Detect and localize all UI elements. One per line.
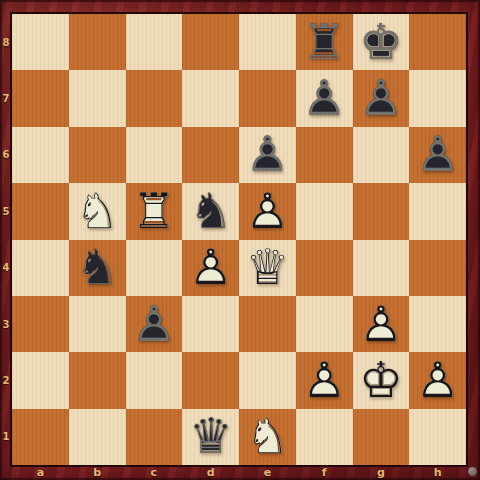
square-g3[interactable]: [353, 296, 410, 352]
corner-dot: [468, 467, 477, 476]
rank-label-1: 1: [0, 409, 12, 465]
square-f4[interactable]: [296, 240, 353, 296]
square-d3[interactable]: [182, 296, 239, 352]
square-b7[interactable]: [69, 70, 126, 126]
square-a5[interactable]: [12, 183, 69, 239]
file-label-c: c: [126, 465, 183, 479]
file-label-d: d: [182, 465, 239, 479]
square-h2[interactable]: [409, 352, 466, 408]
square-g2[interactable]: [353, 352, 410, 408]
black-pawn-g7[interactable]: [353, 70, 410, 126]
white-pawn-e5[interactable]: [239, 183, 296, 239]
square-a7[interactable]: [12, 70, 69, 126]
square-a1[interactable]: [12, 409, 69, 465]
square-b2[interactable]: [69, 352, 126, 408]
square-d7[interactable]: [182, 70, 239, 126]
black-pawn-c3[interactable]: [126, 296, 183, 352]
square-a2[interactable]: [12, 352, 69, 408]
white-pawn-h2[interactable]: [409, 352, 466, 408]
square-b1[interactable]: [69, 409, 126, 465]
square-f2[interactable]: [296, 352, 353, 408]
rank-label-8: 8: [0, 14, 12, 70]
rank-label-5: 5: [0, 183, 12, 239]
square-a8[interactable]: [12, 14, 69, 70]
square-a3[interactable]: [12, 296, 69, 352]
square-c1[interactable]: [126, 409, 183, 465]
square-b5[interactable]: [69, 183, 126, 239]
square-d4[interactable]: [182, 240, 239, 296]
white-pawn-g3[interactable]: [353, 296, 410, 352]
square-c8[interactable]: [126, 14, 183, 70]
square-c2[interactable]: [126, 352, 183, 408]
square-e5[interactable]: [239, 183, 296, 239]
square-g8[interactable]: [353, 14, 410, 70]
square-h7[interactable]: [409, 70, 466, 126]
black-pawn-h6[interactable]: [409, 127, 466, 183]
square-c6[interactable]: [126, 127, 183, 183]
white-queen-e4[interactable]: [239, 240, 296, 296]
square-d8[interactable]: [182, 14, 239, 70]
square-g6[interactable]: [353, 127, 410, 183]
square-e2[interactable]: [239, 352, 296, 408]
file-label-b: b: [69, 465, 126, 479]
file-label-h: h: [409, 465, 466, 479]
square-h3[interactable]: [409, 296, 466, 352]
square-g1[interactable]: [353, 409, 410, 465]
square-h4[interactable]: [409, 240, 466, 296]
chess-board: [12, 14, 466, 465]
file-label-g: g: [353, 465, 410, 479]
square-a6[interactable]: [12, 127, 69, 183]
file-labels: abcdefgh: [12, 465, 466, 479]
square-g4[interactable]: [353, 240, 410, 296]
white-king-g2[interactable]: [353, 352, 410, 408]
white-pawn-f2[interactable]: [296, 352, 353, 408]
square-c5[interactable]: [126, 183, 183, 239]
square-a4[interactable]: [12, 240, 69, 296]
white-knight-b5[interactable]: [69, 183, 126, 239]
file-label-f: f: [296, 465, 353, 479]
black-queen-d1[interactable]: [182, 409, 239, 465]
square-b4[interactable]: [69, 240, 126, 296]
square-d2[interactable]: [182, 352, 239, 408]
white-knight-e1[interactable]: [239, 409, 296, 465]
square-e6[interactable]: [239, 127, 296, 183]
white-rook-c5[interactable]: [126, 183, 183, 239]
rank-label-7: 7: [0, 70, 12, 126]
black-knight-d5[interactable]: [182, 183, 239, 239]
square-h6[interactable]: [409, 127, 466, 183]
rank-label-3: 3: [0, 296, 12, 352]
square-e3[interactable]: [239, 296, 296, 352]
board-frame: 87654321 abcdefgh: [0, 0, 480, 480]
square-e8[interactable]: [239, 14, 296, 70]
file-label-e: e: [239, 465, 296, 479]
square-e7[interactable]: [239, 70, 296, 126]
black-pawn-e6[interactable]: [239, 127, 296, 183]
square-b8[interactable]: [69, 14, 126, 70]
square-h1[interactable]: [409, 409, 466, 465]
square-f7[interactable]: [296, 70, 353, 126]
square-d5[interactable]: [182, 183, 239, 239]
square-b6[interactable]: [69, 127, 126, 183]
square-h5[interactable]: [409, 183, 466, 239]
rank-label-6: 6: [0, 127, 12, 183]
square-g5[interactable]: [353, 183, 410, 239]
square-f5[interactable]: [296, 183, 353, 239]
square-b3[interactable]: [69, 296, 126, 352]
black-pawn-f7[interactable]: [296, 70, 353, 126]
square-c3[interactable]: [126, 296, 183, 352]
square-h8[interactable]: [409, 14, 466, 70]
square-d6[interactable]: [182, 127, 239, 183]
square-f1[interactable]: [296, 409, 353, 465]
square-f3[interactable]: [296, 296, 353, 352]
rank-label-2: 2: [0, 352, 12, 408]
file-label-a: a: [12, 465, 69, 479]
black-king-g8[interactable]: [353, 14, 410, 70]
square-e4[interactable]: [239, 240, 296, 296]
square-e1[interactable]: [239, 409, 296, 465]
rank-labels: 87654321: [0, 14, 12, 465]
square-d1[interactable]: [182, 409, 239, 465]
square-f8[interactable]: [296, 14, 353, 70]
black-rook-f8[interactable]: [296, 14, 353, 70]
rank-label-4: 4: [0, 240, 12, 296]
square-c4[interactable]: [126, 240, 183, 296]
square-c7[interactable]: [126, 70, 183, 126]
black-knight-b4[interactable]: [69, 240, 126, 296]
square-g7[interactable]: [353, 70, 410, 126]
square-f6[interactable]: [296, 127, 353, 183]
white-pawn-d4[interactable]: [182, 240, 239, 296]
